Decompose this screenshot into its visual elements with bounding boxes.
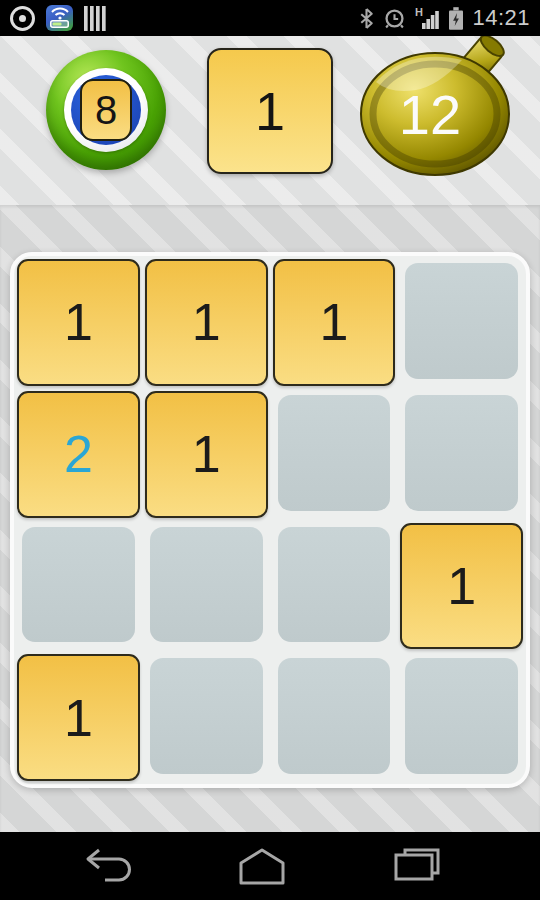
status-left-icons xyxy=(10,5,106,31)
battery-bar-icon xyxy=(50,20,69,28)
status-bar: H 14:21 xyxy=(0,0,540,36)
clock-time: 14:21 xyxy=(472,5,530,31)
tile-r3c4[interactable]: 1 xyxy=(400,523,523,650)
next-tile-value: 1 xyxy=(255,80,285,142)
svg-text:H: H xyxy=(415,7,423,18)
empty-cell-r4c2[interactable] xyxy=(150,658,263,774)
empty-cell-r2c3[interactable] xyxy=(278,395,391,511)
goal-badge: 8 xyxy=(46,50,166,170)
tile-r1c2[interactable]: 1 xyxy=(145,259,268,386)
status-right-icons: H 14:21 xyxy=(359,5,530,31)
empty-cell-r3c2[interactable] xyxy=(150,527,263,643)
tile-r2c1[interactable]: 2 xyxy=(17,391,140,518)
bomb-button[interactable]: 12 xyxy=(352,34,524,184)
wifi-icon xyxy=(51,7,69,20)
barcode-icon xyxy=(84,6,106,31)
battery-charging-icon xyxy=(449,7,463,30)
board-grid: 1 1 1 2 1 1 1 xyxy=(17,259,523,781)
goal-badge-ring: 8 xyxy=(64,68,148,152)
record-icon xyxy=(10,6,35,31)
bomb-count: 12 xyxy=(399,83,461,146)
wifi-widget-icon xyxy=(46,5,73,31)
recents-button[interactable] xyxy=(386,845,448,887)
home-button[interactable] xyxy=(231,845,293,887)
tile-r1c3[interactable]: 1 xyxy=(273,259,396,386)
tile-r2c2[interactable]: 1 xyxy=(145,391,268,518)
alarm-icon xyxy=(383,7,406,30)
back-button[interactable] xyxy=(79,845,141,887)
navigation-bar xyxy=(0,832,540,900)
tile-r4c1[interactable]: 1 xyxy=(17,654,140,781)
empty-cell-r3c1[interactable] xyxy=(22,527,135,643)
empty-cell-r3c3[interactable] xyxy=(278,527,391,643)
home-icon xyxy=(235,846,289,886)
bluetooth-icon xyxy=(359,7,374,30)
goal-badge-inner: 8 xyxy=(71,75,141,145)
empty-cell-r2c4[interactable] xyxy=(405,395,518,511)
recents-icon xyxy=(393,847,441,885)
empty-cell-r4c4[interactable] xyxy=(405,658,518,774)
empty-cell-r1c4[interactable] xyxy=(405,263,518,379)
goal-tile-value: 8 xyxy=(95,88,117,133)
back-icon xyxy=(84,847,136,885)
empty-cell-r4c3[interactable] xyxy=(278,658,391,774)
next-tile: 1 xyxy=(207,48,333,174)
phone-screen: H 14:21 8 1 xyxy=(0,0,540,900)
game-board: 1 1 1 2 1 1 1 xyxy=(10,252,530,788)
goal-tile: 8 xyxy=(80,79,132,141)
hspa-signal-icon: H xyxy=(415,7,440,30)
tile-r1c1[interactable]: 1 xyxy=(17,259,140,386)
